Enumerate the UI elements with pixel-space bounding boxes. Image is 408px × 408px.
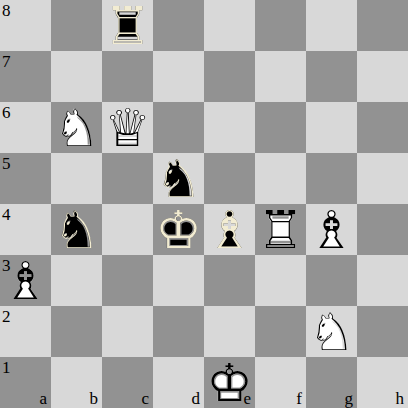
- rank-label-1: 1: [2, 359, 11, 376]
- square-a2[interactable]: 2: [0, 306, 51, 357]
- square-c8[interactable]: ♜♖: [102, 0, 153, 51]
- square-e4[interactable]: ♝♗: [204, 204, 255, 255]
- square-h8[interactable]: [357, 0, 408, 51]
- file-label-a: a: [39, 390, 47, 407]
- square-h5[interactable]: [357, 153, 408, 204]
- rank-label-7: 7: [2, 53, 11, 70]
- white-king-outline-icon: ♔: [204, 357, 255, 408]
- square-e7[interactable]: [204, 51, 255, 102]
- white-bishop-outline-icon: ♗: [0, 255, 51, 306]
- black-rook-c8[interactable]: ♜♖: [102, 0, 153, 51]
- chess-board: 8♜♖76♞♘♛♕5♞♘4♞♘♚♔♝♗♜♖♝♗3♝♗2♞♘1abcde♚♔fgh: [0, 0, 408, 408]
- square-d2[interactable]: [153, 306, 204, 357]
- white-queen-outline-icon: ♕: [102, 102, 153, 153]
- square-b4[interactable]: ♞♘: [51, 204, 102, 255]
- square-d7[interactable]: [153, 51, 204, 102]
- square-h2[interactable]: [357, 306, 408, 357]
- rank-label-6: 6: [2, 104, 11, 121]
- square-f1[interactable]: f: [255, 357, 306, 408]
- square-g5[interactable]: [306, 153, 357, 204]
- black-knight-b4[interactable]: ♞♘: [51, 204, 102, 255]
- square-e1[interactable]: e♚♔: [204, 357, 255, 408]
- square-b3[interactable]: [51, 255, 102, 306]
- black-king-d4[interactable]: ♚♔: [153, 204, 204, 255]
- square-e8[interactable]: [204, 0, 255, 51]
- white-knight-g2[interactable]: ♞♘: [306, 306, 357, 357]
- square-a3[interactable]: 3♝♗: [0, 255, 51, 306]
- square-b5[interactable]: [51, 153, 102, 204]
- black-king-outline-icon: ♔: [153, 204, 204, 255]
- square-d1[interactable]: d: [153, 357, 204, 408]
- square-e5[interactable]: [204, 153, 255, 204]
- square-c1[interactable]: c: [102, 357, 153, 408]
- white-knight-b6[interactable]: ♞♘: [51, 102, 102, 153]
- white-bishop-g4[interactable]: ♝♗: [306, 204, 357, 255]
- file-label-b: b: [90, 390, 99, 407]
- square-b6[interactable]: ♞♘: [51, 102, 102, 153]
- square-a1[interactable]: 1a: [0, 357, 51, 408]
- black-knight-d5[interactable]: ♞♘: [153, 153, 204, 204]
- rank-label-8: 8: [2, 2, 11, 19]
- black-rook-outline-icon: ♖: [102, 0, 153, 51]
- square-h4[interactable]: [357, 204, 408, 255]
- square-h3[interactable]: [357, 255, 408, 306]
- square-a7[interactable]: 7: [0, 51, 51, 102]
- square-b1[interactable]: b: [51, 357, 102, 408]
- square-c2[interactable]: [102, 306, 153, 357]
- black-bishop-e4[interactable]: ♝♗: [204, 204, 255, 255]
- square-d6[interactable]: [153, 102, 204, 153]
- white-knight-outline-icon: ♘: [306, 306, 357, 357]
- square-f3[interactable]: [255, 255, 306, 306]
- square-a4[interactable]: 4: [0, 204, 51, 255]
- square-f4[interactable]: ♜♖: [255, 204, 306, 255]
- square-a5[interactable]: 5: [0, 153, 51, 204]
- square-g1[interactable]: g: [306, 357, 357, 408]
- white-bishop-a3[interactable]: ♝♗: [0, 255, 51, 306]
- square-a6[interactable]: 6: [0, 102, 51, 153]
- file-label-c: c: [141, 390, 149, 407]
- square-d5[interactable]: ♞♘: [153, 153, 204, 204]
- square-g8[interactable]: [306, 0, 357, 51]
- white-rook-f4[interactable]: ♜♖: [255, 204, 306, 255]
- rank-label-4: 4: [2, 206, 11, 223]
- square-h1[interactable]: h: [357, 357, 408, 408]
- rank-label-5: 5: [2, 155, 11, 172]
- square-f7[interactable]: [255, 51, 306, 102]
- square-c5[interactable]: [102, 153, 153, 204]
- square-b8[interactable]: [51, 0, 102, 51]
- square-f6[interactable]: [255, 102, 306, 153]
- file-label-d: d: [192, 390, 201, 407]
- black-bishop-outline-icon: ♗: [204, 204, 255, 255]
- white-queen-c6[interactable]: ♛♕: [102, 102, 153, 153]
- square-g6[interactable]: [306, 102, 357, 153]
- square-d8[interactable]: [153, 0, 204, 51]
- square-g3[interactable]: [306, 255, 357, 306]
- rank-label-2: 2: [2, 308, 11, 325]
- square-f5[interactable]: [255, 153, 306, 204]
- square-f2[interactable]: [255, 306, 306, 357]
- square-b2[interactable]: [51, 306, 102, 357]
- square-d4[interactable]: ♚♔: [153, 204, 204, 255]
- square-c3[interactable]: [102, 255, 153, 306]
- square-h6[interactable]: [357, 102, 408, 153]
- white-bishop-outline-icon: ♗: [306, 204, 357, 255]
- white-knight-outline-icon: ♘: [51, 102, 102, 153]
- square-c6[interactable]: ♛♕: [102, 102, 153, 153]
- square-c7[interactable]: [102, 51, 153, 102]
- square-f8[interactable]: [255, 0, 306, 51]
- square-g4[interactable]: ♝♗: [306, 204, 357, 255]
- square-e2[interactable]: [204, 306, 255, 357]
- square-b7[interactable]: [51, 51, 102, 102]
- file-label-f: f: [296, 390, 302, 407]
- file-label-h: h: [396, 390, 405, 407]
- white-rook-outline-icon: ♖: [255, 204, 306, 255]
- square-g2[interactable]: ♞♘: [306, 306, 357, 357]
- square-h7[interactable]: [357, 51, 408, 102]
- black-knight-outline-icon: ♘: [153, 153, 204, 204]
- square-a8[interactable]: 8: [0, 0, 51, 51]
- black-knight-outline-icon: ♘: [51, 204, 102, 255]
- square-c4[interactable]: [102, 204, 153, 255]
- white-king-e1[interactable]: ♚♔: [204, 357, 255, 408]
- square-e3[interactable]: [204, 255, 255, 306]
- file-label-g: g: [345, 390, 354, 407]
- square-d3[interactable]: [153, 255, 204, 306]
- square-e6[interactable]: [204, 102, 255, 153]
- square-g7[interactable]: [306, 51, 357, 102]
